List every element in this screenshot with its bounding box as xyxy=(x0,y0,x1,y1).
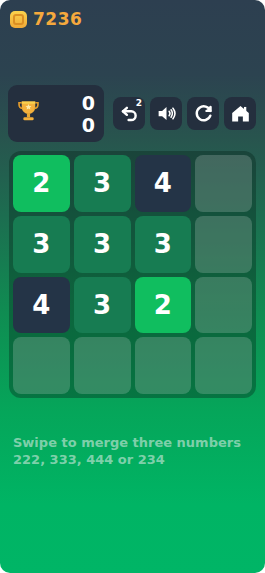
tile-value: 3 xyxy=(93,229,111,259)
score-values: 0 0 xyxy=(82,92,95,136)
refresh-icon xyxy=(193,103,214,124)
tile-empty-r4c2[interactable] xyxy=(74,337,131,394)
tile-3-r2c3[interactable]: 3 xyxy=(135,216,192,273)
score-bottom: 0 xyxy=(82,114,95,136)
hud-buttons: 2 xyxy=(113,97,256,130)
tile-3-r1c2[interactable]: 3 xyxy=(74,155,131,212)
coin-bar: 7236 xyxy=(0,0,265,28)
tile-empty-r4c1[interactable] xyxy=(13,337,70,394)
tile-3-r2c2[interactable]: 3 xyxy=(74,216,131,273)
hint-line1: Swipe to merge three numbers xyxy=(13,434,265,451)
tile-value: 3 xyxy=(154,229,172,259)
tile-value: 4 xyxy=(32,290,50,320)
coin-amount: 7236 xyxy=(33,9,82,29)
tile-value: 3 xyxy=(93,168,111,198)
tile-empty-r2c4[interactable] xyxy=(195,216,252,273)
trophy-icon xyxy=(15,98,42,129)
tile-value: 3 xyxy=(32,229,50,259)
hud-row: 0 0 2 xyxy=(0,85,265,142)
tile-empty-r1c4[interactable] xyxy=(195,155,252,212)
speaker-icon xyxy=(156,103,177,124)
board[interactable]: 234333432 xyxy=(9,151,256,398)
home-icon xyxy=(230,103,251,124)
tile-empty-r3c4[interactable] xyxy=(195,277,252,334)
score-top: 0 xyxy=(82,92,95,114)
tile-3-r2c1[interactable]: 3 xyxy=(13,216,70,273)
coin-icon xyxy=(10,11,27,28)
tile-4-r1c3[interactable]: 4 xyxy=(135,155,192,212)
tile-value: 4 xyxy=(154,168,172,198)
score-panel: 0 0 xyxy=(8,85,104,142)
tile-value: 2 xyxy=(32,168,50,198)
home-button[interactable] xyxy=(224,97,256,130)
sound-button[interactable] xyxy=(150,97,182,130)
tile-3-r3c2[interactable]: 3 xyxy=(74,277,131,334)
tile-value: 2 xyxy=(154,290,172,320)
tile-value: 3 xyxy=(93,290,111,320)
hint-line2: 222, 333, 444 or 234 xyxy=(13,451,265,468)
tile-empty-r4c4[interactable] xyxy=(195,337,252,394)
hint-text: Swipe to merge three numbers 222, 333, 4… xyxy=(13,434,265,468)
tile-4-r3c1[interactable]: 4 xyxy=(13,277,70,334)
restart-button[interactable] xyxy=(187,97,219,130)
undo-count-badge: 2 xyxy=(136,98,142,108)
tile-empty-r4c3[interactable] xyxy=(135,337,192,394)
undo-button[interactable]: 2 xyxy=(113,97,145,130)
game-screen: 7236 0 0 xyxy=(0,0,265,573)
tile-2-r3c3[interactable]: 2 xyxy=(135,277,192,334)
tile-2-r1c1[interactable]: 2 xyxy=(13,155,70,212)
